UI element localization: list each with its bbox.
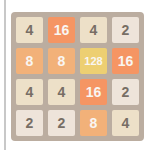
tile-r1c4: 2 <box>112 17 139 43</box>
2048-board[interactable]: 4 16 4 2 8 8 128 16 4 4 16 2 2 2 8 4 <box>11 12 144 141</box>
tile-r4c1: 2 <box>16 110 43 136</box>
tile-r4c3: 8 <box>80 110 107 136</box>
tile-r3c3: 16 <box>80 79 107 105</box>
tile-r4c4: 4 <box>112 110 139 136</box>
tile-r2c1: 8 <box>16 48 43 74</box>
tile-r2c3: 128 <box>80 48 107 74</box>
tile-r3c4: 2 <box>112 79 139 105</box>
tile-r2c2: 8 <box>48 48 75 74</box>
tile-r1c2: 16 <box>48 17 75 43</box>
tile-r4c2: 2 <box>48 110 75 136</box>
tile-r3c1: 4 <box>16 79 43 105</box>
tile-r2c4: 16 <box>112 48 139 74</box>
tile-r1c1: 4 <box>16 17 43 43</box>
tile-r1c3: 4 <box>80 17 107 43</box>
tile-r3c2: 4 <box>48 79 75 105</box>
window-edge-artifact <box>4 0 6 150</box>
